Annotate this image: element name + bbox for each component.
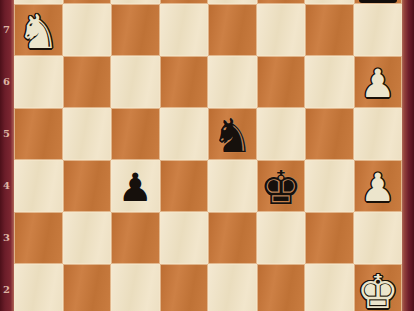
rank-label-4: 4 [0, 180, 13, 192]
square-d5 [160, 108, 209, 160]
square-d7 [160, 4, 209, 56]
square-g5 [305, 108, 354, 160]
black-rook-h8-cropped [359, 0, 397, 3]
square-c7 [111, 4, 160, 56]
black-king-f4: ♚ [260, 164, 302, 211]
square-a4 [14, 160, 63, 212]
square-f4: ♚ [257, 160, 306, 212]
square-e7 [208, 4, 257, 56]
square-b5 [63, 108, 112, 160]
square-b6 [63, 56, 112, 108]
square-a7: ♞ [14, 4, 63, 56]
rank-label-2: 2 [0, 284, 13, 296]
square-d4 [160, 160, 209, 212]
white-pawn-h6: ♟ [360, 64, 395, 103]
square-d3 [160, 212, 209, 264]
rank-label-6: 6 [0, 76, 13, 88]
square-b3 [63, 212, 112, 264]
square-h3 [354, 212, 403, 264]
square-c4: ♟ [111, 160, 160, 212]
square-a6 [14, 56, 63, 108]
square-a3 [14, 212, 63, 264]
square-g3 [305, 212, 354, 264]
square-a5 [14, 108, 63, 160]
square-d6 [160, 56, 209, 108]
square-f2 [257, 264, 306, 311]
square-c6 [111, 56, 160, 108]
square-f7 [257, 4, 306, 56]
square-e3 [208, 212, 257, 264]
square-g4 [305, 160, 354, 212]
square-f6 [257, 56, 306, 108]
board-frame-right [402, 0, 414, 311]
chess-diagram: ♞♟♞♟♚♟♚ 765432 [0, 0, 414, 311]
white-king-h2: ♚ [357, 268, 399, 311]
square-d2 [160, 264, 209, 311]
square-c5 [111, 108, 160, 160]
white-pawn-h4: ♟ [360, 168, 395, 207]
white-knight-a7: ♞ [17, 8, 59, 55]
black-pawn-c4: ♟ [118, 168, 153, 207]
rank-label-5: 5 [0, 128, 13, 140]
square-h6: ♟ [354, 56, 403, 108]
square-h5 [354, 108, 403, 160]
square-b4 [63, 160, 112, 212]
square-h7 [354, 4, 403, 56]
square-e4 [208, 160, 257, 212]
chess-board: ♞♟♞♟♚♟♚ [14, 0, 402, 311]
square-e5: ♞ [208, 108, 257, 160]
rank-label-7: 7 [0, 24, 13, 36]
black-knight-e5: ♞ [211, 112, 253, 159]
square-a2 [14, 264, 63, 311]
square-g2 [305, 264, 354, 311]
square-h2: ♚ [354, 264, 403, 311]
square-f3 [257, 212, 306, 264]
square-h4: ♟ [354, 160, 403, 212]
square-c3 [111, 212, 160, 264]
square-g7 [305, 4, 354, 56]
square-b2 [63, 264, 112, 311]
board-frame-left [0, 0, 14, 311]
square-e6 [208, 56, 257, 108]
square-c2 [111, 264, 160, 311]
square-e2 [208, 264, 257, 311]
square-f5 [257, 108, 306, 160]
square-b7 [63, 4, 112, 56]
square-g6 [305, 56, 354, 108]
rank-label-3: 3 [0, 232, 13, 244]
